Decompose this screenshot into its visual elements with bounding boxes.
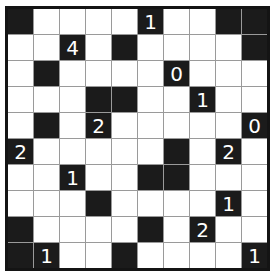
- cell-r2c5: [112, 35, 137, 60]
- cell-r7c6: [138, 165, 163, 190]
- cell-r8c10[interactable]: [242, 191, 267, 216]
- cell-r9c10[interactable]: [242, 217, 267, 242]
- cell-r4c2[interactable]: [34, 87, 59, 112]
- cell-r4c9[interactable]: [216, 87, 241, 112]
- clue-number: 2: [222, 142, 235, 162]
- cell-r9c6: [138, 217, 163, 242]
- cell-r6c5[interactable]: [112, 139, 137, 164]
- cell-r3c1[interactable]: [8, 61, 33, 86]
- clue-number: 1: [222, 194, 235, 214]
- clue-number: 2: [14, 142, 27, 162]
- cell-r4c5: [112, 87, 137, 112]
- cell-r1c6: 1: [138, 9, 163, 34]
- cell-r4c8: 1: [190, 87, 215, 112]
- cell-r9c8: 2: [190, 217, 215, 242]
- cell-r8c9: 1: [216, 191, 241, 216]
- cell-r7c3: 1: [60, 165, 85, 190]
- cell-r4c3[interactable]: [60, 87, 85, 112]
- cell-r6c9: 2: [216, 139, 241, 164]
- cell-r10c5: [112, 243, 137, 268]
- cell-r7c5[interactable]: [112, 165, 137, 190]
- cell-r8c6[interactable]: [138, 191, 163, 216]
- cell-r9c7[interactable]: [164, 217, 189, 242]
- cell-r5c2: [34, 113, 59, 138]
- cell-r1c1: [8, 9, 33, 34]
- cell-r3c10[interactable]: [242, 61, 267, 86]
- cell-r4c1[interactable]: [8, 87, 33, 112]
- clue-number: 1: [196, 90, 209, 110]
- cell-r2c3: 4: [60, 35, 85, 60]
- clue-number: 1: [40, 246, 53, 266]
- cell-r3c6[interactable]: [138, 61, 163, 86]
- cell-r10c3[interactable]: [60, 243, 85, 268]
- cell-r5c9[interactable]: [216, 113, 241, 138]
- cell-r6c4[interactable]: [86, 139, 111, 164]
- cell-r6c6[interactable]: [138, 139, 163, 164]
- cell-r9c9[interactable]: [216, 217, 241, 242]
- clue-number: 0: [170, 64, 183, 84]
- cell-r8c5[interactable]: [112, 191, 137, 216]
- cell-r8c3[interactable]: [60, 191, 85, 216]
- cell-r3c5[interactable]: [112, 61, 137, 86]
- cell-r4c4: [86, 87, 111, 112]
- cell-r6c3[interactable]: [60, 139, 85, 164]
- cell-r5c8[interactable]: [190, 113, 215, 138]
- cell-r5c4: 2: [86, 113, 111, 138]
- cell-r10c8[interactable]: [190, 243, 215, 268]
- puzzle-board: 1401202211211: [8, 9, 267, 268]
- cell-r10c6[interactable]: [138, 243, 163, 268]
- cell-r10c4[interactable]: [86, 243, 111, 268]
- cell-r3c9[interactable]: [216, 61, 241, 86]
- cell-r1c3[interactable]: [60, 9, 85, 34]
- puzzle-screenshot: 1401202211211: [0, 0, 274, 275]
- cell-r4c7[interactable]: [164, 87, 189, 112]
- cell-r9c2[interactable]: [34, 217, 59, 242]
- cell-r2c6[interactable]: [138, 35, 163, 60]
- clue-number: 2: [92, 116, 105, 136]
- cell-r3c7: 0: [164, 61, 189, 86]
- cell-r6c1: 2: [8, 139, 33, 164]
- cell-r5c10: 0: [242, 113, 267, 138]
- cell-r8c7[interactable]: [164, 191, 189, 216]
- cell-r7c7: [164, 165, 189, 190]
- clue-number: 1: [144, 12, 157, 32]
- cell-r3c8[interactable]: [190, 61, 215, 86]
- clue-number: 1: [248, 246, 261, 266]
- cell-r8c2[interactable]: [34, 191, 59, 216]
- cell-r1c2[interactable]: [34, 9, 59, 34]
- cell-r7c2[interactable]: [34, 165, 59, 190]
- cell-r2c2[interactable]: [34, 35, 59, 60]
- cell-r4c6[interactable]: [138, 87, 163, 112]
- cell-r10c10: 1: [242, 243, 267, 268]
- cell-r6c10[interactable]: [242, 139, 267, 164]
- cell-r7c10[interactable]: [242, 165, 267, 190]
- clue-number: 2: [196, 220, 209, 240]
- cell-r3c2: [34, 61, 59, 86]
- cell-r6c2[interactable]: [34, 139, 59, 164]
- cell-r7c4[interactable]: [86, 165, 111, 190]
- cell-r2c1[interactable]: [8, 35, 33, 60]
- cell-r10c2: 1: [34, 243, 59, 268]
- cell-r10c1: [8, 243, 33, 268]
- cell-r2c4[interactable]: [86, 35, 111, 60]
- cell-r3c3[interactable]: [60, 61, 85, 86]
- cell-r5c3[interactable]: [60, 113, 85, 138]
- cell-r5c7[interactable]: [164, 113, 189, 138]
- cell-r10c7[interactable]: [164, 243, 189, 268]
- cell-r4c10[interactable]: [242, 87, 267, 112]
- cell-r9c4[interactable]: [86, 217, 111, 242]
- cell-r2c9[interactable]: [216, 35, 241, 60]
- cell-r8c4: [86, 191, 111, 216]
- clue-number: 0: [248, 116, 261, 136]
- cell-r7c8[interactable]: [190, 165, 215, 190]
- cell-r7c9[interactable]: [216, 165, 241, 190]
- clue-number: 4: [66, 38, 79, 58]
- cell-r9c1: [8, 217, 33, 242]
- cell-r6c8[interactable]: [190, 139, 215, 164]
- cell-r1c9: [216, 9, 241, 34]
- cell-r6c7: [164, 139, 189, 164]
- cell-r8c1[interactable]: [8, 191, 33, 216]
- cell-r1c4[interactable]: [86, 9, 111, 34]
- cell-r1c8[interactable]: [190, 9, 215, 34]
- cell-r1c7[interactable]: [164, 9, 189, 34]
- cell-r5c6[interactable]: [138, 113, 163, 138]
- cell-r1c10: [242, 9, 267, 34]
- cell-r3c4[interactable]: [86, 61, 111, 86]
- cell-r7c1[interactable]: [8, 165, 33, 190]
- cell-r5c1[interactable]: [8, 113, 33, 138]
- cell-r2c7[interactable]: [164, 35, 189, 60]
- cell-r2c10: [242, 35, 267, 60]
- cell-r9c5[interactable]: [112, 217, 137, 242]
- cell-r1c5[interactable]: [112, 9, 137, 34]
- cell-r5c5[interactable]: [112, 113, 137, 138]
- cell-r2c8[interactable]: [190, 35, 215, 60]
- cell-r10c9[interactable]: [216, 243, 241, 268]
- cell-r9c3[interactable]: [60, 217, 85, 242]
- clue-number: 1: [66, 168, 79, 188]
- board-frame: 1401202211211: [5, 6, 270, 271]
- cell-r8c8[interactable]: [190, 191, 215, 216]
